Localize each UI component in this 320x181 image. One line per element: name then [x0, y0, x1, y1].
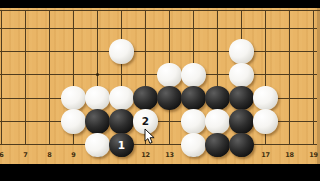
stone-white[interactable]	[109, 39, 134, 64]
stone-black[interactable]	[205, 86, 230, 111]
stone-black-move-1[interactable]: 1	[109, 133, 134, 158]
stone-white[interactable]	[229, 63, 254, 88]
stone-white[interactable]	[181, 133, 206, 158]
stone-white-move-2[interactable]: 2	[133, 109, 158, 134]
letterbox-bottom	[0, 164, 320, 181]
letterbox-top	[0, 0, 320, 8]
stone-white[interactable]	[85, 86, 110, 111]
stone-black[interactable]	[205, 133, 230, 158]
stone-white[interactable]	[157, 63, 182, 88]
move-number: 1	[118, 140, 125, 151]
stone-black[interactable]	[157, 86, 182, 111]
stone-white[interactable]	[109, 86, 134, 111]
stone-white[interactable]	[253, 86, 278, 111]
stone-black[interactable]	[229, 109, 254, 134]
stone-white[interactable]	[181, 63, 206, 88]
go-board[interactable]: 678910111213141516171819 21	[0, 8, 320, 164]
stone-black[interactable]	[181, 86, 206, 111]
stone-black[interactable]	[229, 133, 254, 158]
stone-white[interactable]	[253, 109, 278, 134]
board-top-edge-line	[0, 10, 320, 11]
move-number: 2	[142, 116, 149, 127]
stone-white[interactable]	[229, 39, 254, 64]
stone-black[interactable]	[133, 86, 158, 111]
stone-white[interactable]	[205, 109, 230, 134]
stone-black[interactable]	[109, 109, 134, 134]
video-frame: 678910111213141516171819 21	[0, 0, 320, 180]
stone-white[interactable]	[85, 133, 110, 158]
stones-grid[interactable]: 21	[0, 17, 320, 157]
stone-black[interactable]	[85, 109, 110, 134]
stone-black[interactable]	[229, 86, 254, 111]
stone-white[interactable]	[61, 109, 86, 134]
stone-white[interactable]	[61, 86, 86, 111]
stone-white[interactable]	[181, 109, 206, 134]
